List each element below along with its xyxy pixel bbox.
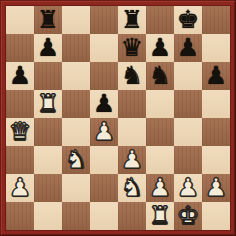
square-d6[interactable] bbox=[90, 62, 118, 90]
piece-black-pawn[interactable]: ♟ bbox=[93, 90, 115, 118]
square-e1[interactable] bbox=[118, 202, 146, 230]
square-e4[interactable] bbox=[118, 118, 146, 146]
square-d3[interactable] bbox=[90, 146, 118, 174]
square-e5[interactable] bbox=[118, 90, 146, 118]
square-d4[interactable]: ♟ bbox=[90, 118, 118, 146]
square-h2[interactable]: ♟ bbox=[202, 174, 230, 202]
piece-white-queen[interactable]: ♛ bbox=[9, 118, 31, 146]
square-a2[interactable]: ♟ bbox=[6, 174, 34, 202]
square-f4[interactable] bbox=[146, 118, 174, 146]
square-g5[interactable] bbox=[174, 90, 202, 118]
square-h6[interactable]: ♟ bbox=[202, 62, 230, 90]
piece-white-pawn[interactable]: ♟ bbox=[205, 174, 227, 202]
piece-white-pawn[interactable]: ♟ bbox=[9, 174, 31, 202]
piece-black-pawn[interactable]: ♟ bbox=[9, 62, 31, 90]
square-d1[interactable] bbox=[90, 202, 118, 230]
square-b8[interactable]: ♜ bbox=[34, 6, 62, 34]
square-a1[interactable] bbox=[6, 202, 34, 230]
square-b4[interactable] bbox=[34, 118, 62, 146]
chess-board: ♜♜♚♟♛♟♟♟♞♞♟♜♟♛♟♞♟♟♞♟♟♟♜♚ bbox=[6, 6, 230, 230]
square-b6[interactable] bbox=[34, 62, 62, 90]
piece-black-knight[interactable]: ♞ bbox=[121, 62, 143, 90]
piece-white-rook[interactable]: ♜ bbox=[149, 202, 171, 230]
square-a5[interactable] bbox=[6, 90, 34, 118]
piece-white-pawn[interactable]: ♟ bbox=[93, 118, 115, 146]
square-c1[interactable] bbox=[62, 202, 90, 230]
square-f3[interactable] bbox=[146, 146, 174, 174]
piece-white-pawn[interactable]: ♟ bbox=[177, 174, 199, 202]
square-g8[interactable]: ♚ bbox=[174, 6, 202, 34]
square-e2[interactable]: ♞ bbox=[118, 174, 146, 202]
square-g7[interactable]: ♟ bbox=[174, 34, 202, 62]
square-c7[interactable] bbox=[62, 34, 90, 62]
square-f6[interactable]: ♞ bbox=[146, 62, 174, 90]
square-h3[interactable] bbox=[202, 146, 230, 174]
piece-white-pawn[interactable]: ♟ bbox=[149, 174, 171, 202]
square-g1[interactable]: ♚ bbox=[174, 202, 202, 230]
square-e3[interactable]: ♟ bbox=[118, 146, 146, 174]
square-a4[interactable]: ♛ bbox=[6, 118, 34, 146]
piece-white-pawn[interactable]: ♟ bbox=[121, 146, 143, 174]
piece-black-pawn[interactable]: ♟ bbox=[205, 62, 227, 90]
square-a7[interactable] bbox=[6, 34, 34, 62]
piece-black-rook[interactable]: ♜ bbox=[37, 6, 59, 34]
square-h4[interactable] bbox=[202, 118, 230, 146]
square-h7[interactable] bbox=[202, 34, 230, 62]
piece-white-king[interactable]: ♚ bbox=[177, 202, 199, 230]
square-g6[interactable] bbox=[174, 62, 202, 90]
board-frame: ♜♜♚♟♛♟♟♟♞♞♟♜♟♛♟♞♟♟♞♟♟♟♜♚ bbox=[0, 0, 236, 236]
piece-black-rook[interactable]: ♜ bbox=[121, 6, 143, 34]
piece-black-pawn[interactable]: ♟ bbox=[37, 34, 59, 62]
square-h5[interactable] bbox=[202, 90, 230, 118]
square-c2[interactable] bbox=[62, 174, 90, 202]
square-d2[interactable] bbox=[90, 174, 118, 202]
square-d7[interactable] bbox=[90, 34, 118, 62]
square-e8[interactable]: ♜ bbox=[118, 6, 146, 34]
piece-white-rook[interactable]: ♜ bbox=[37, 90, 59, 118]
piece-black-knight[interactable]: ♞ bbox=[149, 62, 171, 90]
square-a8[interactable] bbox=[6, 6, 34, 34]
square-c6[interactable] bbox=[62, 62, 90, 90]
square-f7[interactable]: ♟ bbox=[146, 34, 174, 62]
square-d8[interactable] bbox=[90, 6, 118, 34]
square-h1[interactable] bbox=[202, 202, 230, 230]
square-c5[interactable] bbox=[62, 90, 90, 118]
square-a6[interactable]: ♟ bbox=[6, 62, 34, 90]
square-a3[interactable] bbox=[6, 146, 34, 174]
piece-white-knight[interactable]: ♞ bbox=[121, 174, 143, 202]
square-f2[interactable]: ♟ bbox=[146, 174, 174, 202]
piece-white-knight[interactable]: ♞ bbox=[65, 146, 87, 174]
square-c8[interactable] bbox=[62, 6, 90, 34]
square-f8[interactable] bbox=[146, 6, 174, 34]
square-c4[interactable] bbox=[62, 118, 90, 146]
piece-black-king[interactable]: ♚ bbox=[177, 6, 199, 34]
piece-black-queen[interactable]: ♛ bbox=[121, 34, 143, 62]
square-b5[interactable]: ♜ bbox=[34, 90, 62, 118]
square-b7[interactable]: ♟ bbox=[34, 34, 62, 62]
square-e6[interactable]: ♞ bbox=[118, 62, 146, 90]
square-b3[interactable] bbox=[34, 146, 62, 174]
square-g2[interactable]: ♟ bbox=[174, 174, 202, 202]
piece-black-pawn[interactable]: ♟ bbox=[149, 34, 171, 62]
square-e7[interactable]: ♛ bbox=[118, 34, 146, 62]
square-h8[interactable] bbox=[202, 6, 230, 34]
square-d5[interactable]: ♟ bbox=[90, 90, 118, 118]
piece-black-pawn[interactable]: ♟ bbox=[177, 34, 199, 62]
square-b1[interactable] bbox=[34, 202, 62, 230]
square-g3[interactable] bbox=[174, 146, 202, 174]
square-g4[interactable] bbox=[174, 118, 202, 146]
square-b2[interactable] bbox=[34, 174, 62, 202]
square-f1[interactable]: ♜ bbox=[146, 202, 174, 230]
square-f5[interactable] bbox=[146, 90, 174, 118]
square-c3[interactable]: ♞ bbox=[62, 146, 90, 174]
